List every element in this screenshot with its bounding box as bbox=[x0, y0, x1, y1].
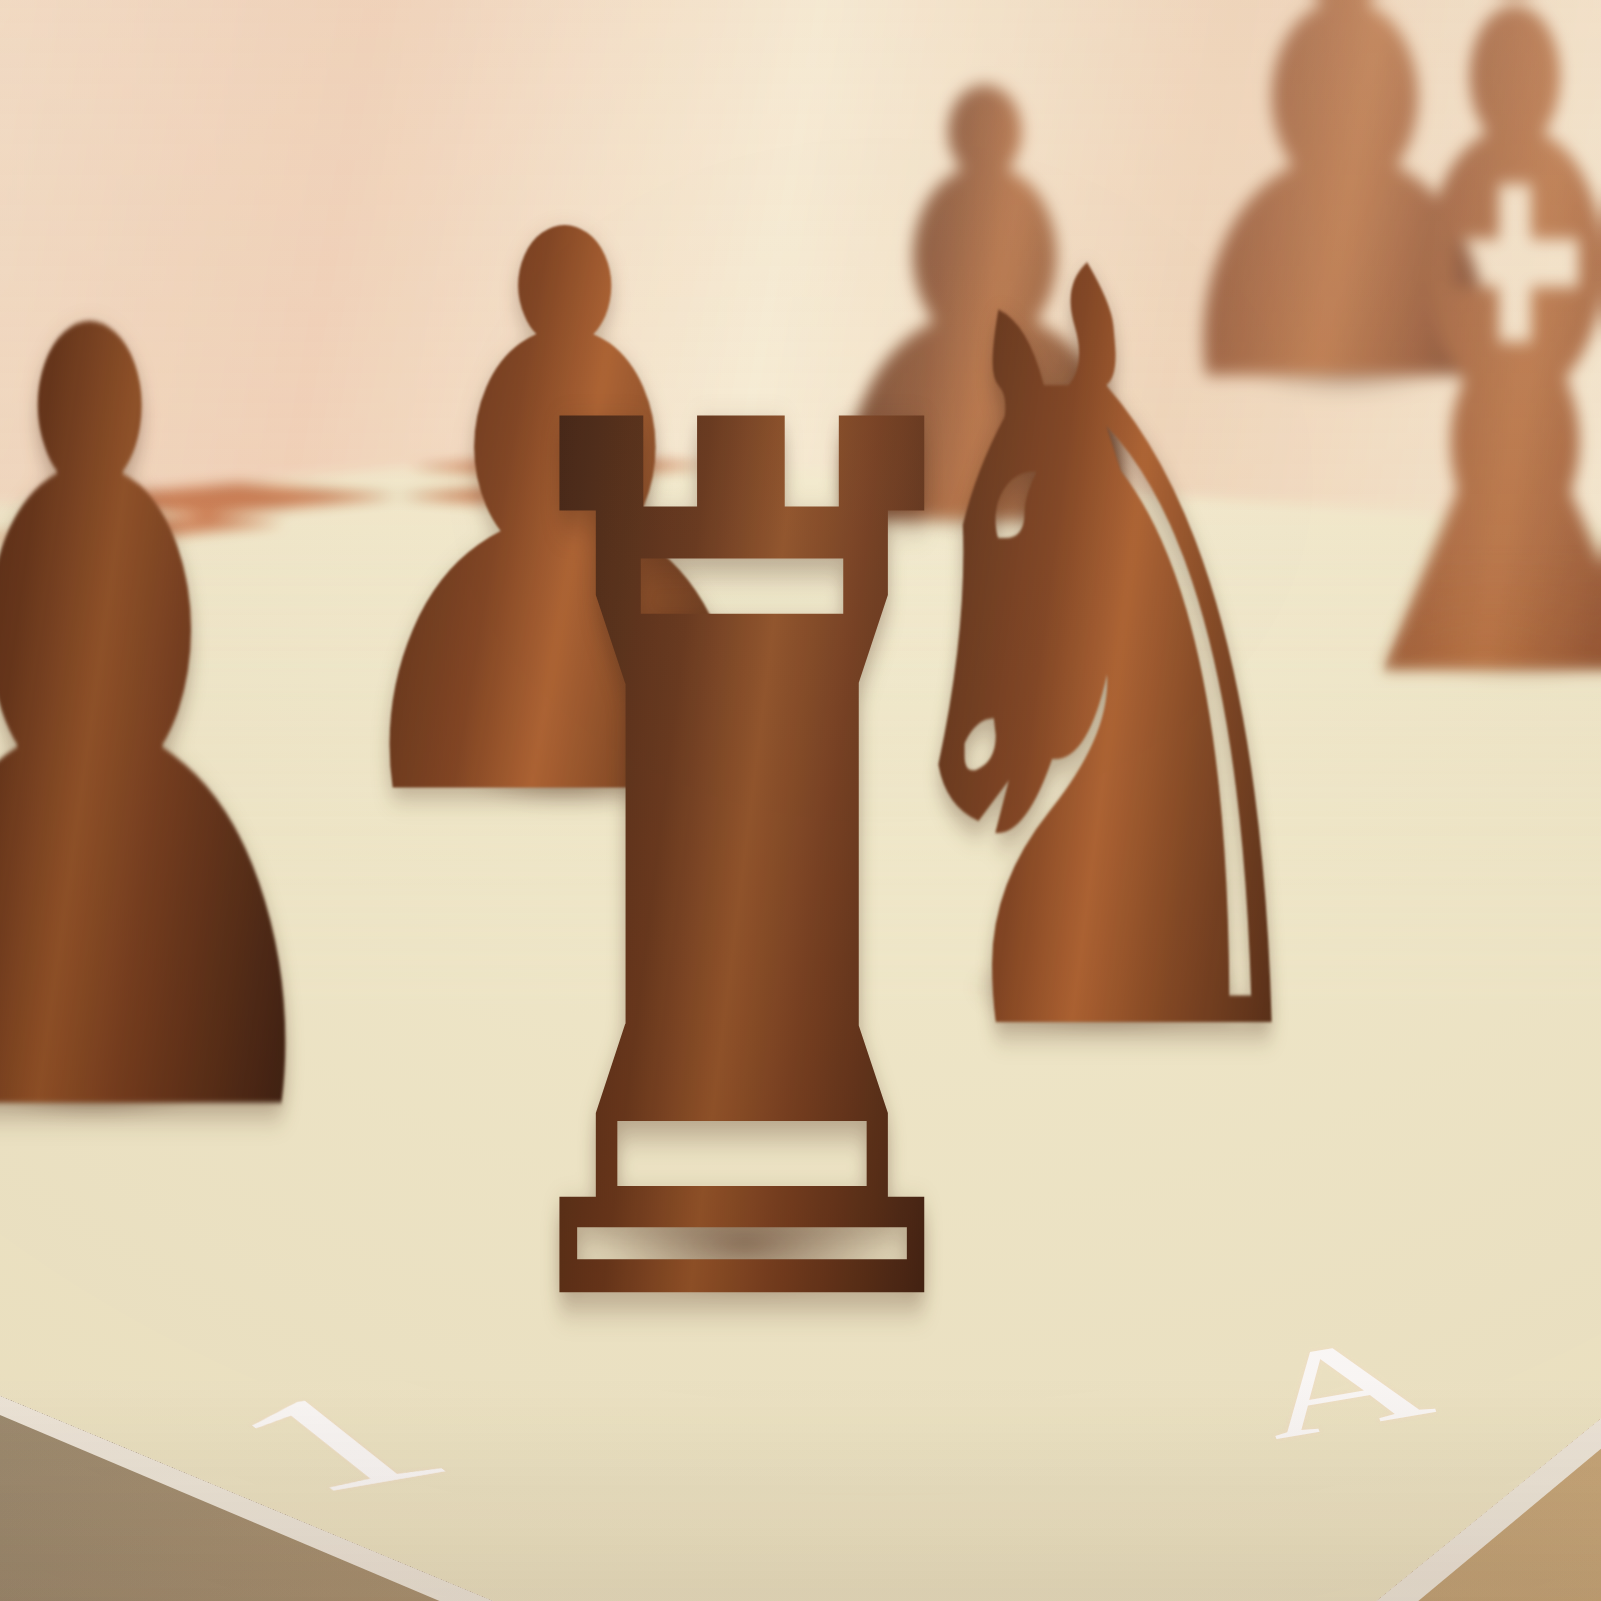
chess-photo-scene: ♟ ♟ ♝ ♟ ♟ ♞ ♜ 1 A bbox=[0, 0, 1601, 1601]
piece-rook-a1[interactable]: ♜ bbox=[452, 276, 1033, 1476]
